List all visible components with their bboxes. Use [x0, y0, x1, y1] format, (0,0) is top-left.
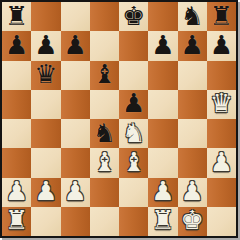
- square-b8[interactable]: [31, 2, 60, 31]
- square-b5[interactable]: [31, 90, 60, 119]
- square-g2[interactable]: ♟: [178, 178, 207, 207]
- square-f7[interactable]: ♟: [148, 31, 177, 60]
- square-h8[interactable]: ♜: [207, 2, 236, 31]
- black-pawn[interactable]: ♟: [180, 32, 203, 58]
- white-pawn[interactable]: ♟: [34, 178, 57, 204]
- square-f5[interactable]: [148, 90, 177, 119]
- board-frame: ♜♚♞♜♟♟♟♟♟♟♛♝♟♛♞♞♝♝♟♟♟♟♟♟♜♜♚: [0, 0, 238, 238]
- square-e6[interactable]: [119, 61, 148, 90]
- square-d3[interactable]: ♝: [90, 148, 119, 177]
- square-h2[interactable]: [207, 178, 236, 207]
- square-c7[interactable]: ♟: [61, 31, 90, 60]
- square-e2[interactable]: [119, 178, 148, 207]
- square-a7[interactable]: ♟: [2, 31, 31, 60]
- square-c6[interactable]: [61, 61, 90, 90]
- square-g6[interactable]: [178, 61, 207, 90]
- black-pawn[interactable]: ♟: [5, 32, 28, 58]
- black-king[interactable]: ♚: [122, 3, 145, 29]
- black-knight[interactable]: ♞: [93, 120, 116, 146]
- square-g3[interactable]: [178, 148, 207, 177]
- black-queen[interactable]: ♛: [34, 61, 57, 87]
- square-d4[interactable]: ♞: [90, 119, 119, 148]
- square-b3[interactable]: [31, 148, 60, 177]
- square-b7[interactable]: ♟: [31, 31, 60, 60]
- white-pawn[interactable]: ♟: [63, 178, 86, 204]
- black-bishop[interactable]: ♝: [93, 61, 116, 87]
- square-g8[interactable]: ♞: [178, 2, 207, 31]
- square-a3[interactable]: [2, 148, 31, 177]
- square-f8[interactable]: [148, 2, 177, 31]
- black-pawn[interactable]: ♟: [151, 32, 174, 58]
- square-a8[interactable]: ♜: [2, 2, 31, 31]
- white-pawn[interactable]: ♟: [210, 149, 233, 175]
- square-f4[interactable]: [148, 119, 177, 148]
- square-g1[interactable]: ♚: [178, 207, 207, 236]
- square-h4[interactable]: [207, 119, 236, 148]
- black-pawn[interactable]: ♟: [210, 32, 233, 58]
- white-queen[interactable]: ♛: [210, 90, 233, 116]
- square-h5[interactable]: ♛: [207, 90, 236, 119]
- square-a6[interactable]: [2, 61, 31, 90]
- square-d8[interactable]: [90, 2, 119, 31]
- square-g4[interactable]: [178, 119, 207, 148]
- black-pawn[interactable]: ♟: [122, 90, 145, 116]
- square-e3[interactable]: ♝: [119, 148, 148, 177]
- white-king[interactable]: ♚: [180, 207, 203, 233]
- square-c8[interactable]: [61, 2, 90, 31]
- square-c1[interactable]: [61, 207, 90, 236]
- square-f3[interactable]: [148, 148, 177, 177]
- square-e8[interactable]: ♚: [119, 2, 148, 31]
- black-pawn[interactable]: ♟: [63, 32, 86, 58]
- square-a4[interactable]: [2, 119, 31, 148]
- square-d5[interactable]: [90, 90, 119, 119]
- square-b6[interactable]: ♛: [31, 61, 60, 90]
- square-b4[interactable]: [31, 119, 60, 148]
- black-rook[interactable]: ♜: [210, 3, 233, 29]
- square-h7[interactable]: ♟: [207, 31, 236, 60]
- square-d6[interactable]: ♝: [90, 61, 119, 90]
- black-knight[interactable]: ♞: [180, 3, 203, 29]
- square-e7[interactable]: [119, 31, 148, 60]
- square-e5[interactable]: ♟: [119, 90, 148, 119]
- square-g7[interactable]: ♟: [178, 31, 207, 60]
- square-a1[interactable]: ♜: [2, 207, 31, 236]
- white-knight[interactable]: ♞: [122, 120, 145, 146]
- white-pawn[interactable]: ♟: [151, 178, 174, 204]
- chess-diagram: ♜♚♞♜♟♟♟♟♟♟♛♝♟♛♞♞♝♝♟♟♟♟♟♟♜♜♚: [0, 0, 240, 240]
- square-c4[interactable]: [61, 119, 90, 148]
- square-g5[interactable]: [178, 90, 207, 119]
- black-rook[interactable]: ♜: [5, 3, 28, 29]
- white-bishop[interactable]: ♝: [122, 149, 145, 175]
- square-b1[interactable]: [31, 207, 60, 236]
- square-f1[interactable]: ♜: [148, 207, 177, 236]
- square-a5[interactable]: [2, 90, 31, 119]
- square-b2[interactable]: ♟: [31, 178, 60, 207]
- square-c3[interactable]: [61, 148, 90, 177]
- square-d1[interactable]: [90, 207, 119, 236]
- white-pawn[interactable]: ♟: [5, 178, 28, 204]
- white-pawn[interactable]: ♟: [180, 178, 203, 204]
- square-e1[interactable]: [119, 207, 148, 236]
- white-rook[interactable]: ♜: [5, 207, 28, 233]
- black-pawn[interactable]: ♟: [34, 32, 57, 58]
- white-bishop[interactable]: ♝: [93, 149, 116, 175]
- square-e4[interactable]: ♞: [119, 119, 148, 148]
- square-f2[interactable]: ♟: [148, 178, 177, 207]
- square-h1[interactable]: [207, 207, 236, 236]
- square-c2[interactable]: ♟: [61, 178, 90, 207]
- square-a2[interactable]: ♟: [2, 178, 31, 207]
- square-f6[interactable]: [148, 61, 177, 90]
- square-c5[interactable]: [61, 90, 90, 119]
- square-d2[interactable]: [90, 178, 119, 207]
- square-h6[interactable]: [207, 61, 236, 90]
- square-d7[interactable]: [90, 31, 119, 60]
- chess-board: ♜♚♞♜♟♟♟♟♟♟♛♝♟♛♞♞♝♝♟♟♟♟♟♟♜♜♚: [2, 2, 236, 236]
- square-h3[interactable]: ♟: [207, 148, 236, 177]
- white-rook[interactable]: ♜: [151, 207, 174, 233]
